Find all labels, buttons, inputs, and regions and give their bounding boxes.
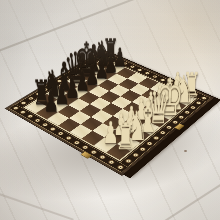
- brass-latch-icon: [174, 123, 185, 130]
- photo-of-chess-set: ♜♞♝♛♚♝♞♜♟♟♟♟♟♟♟♟♟♟♟♟♟♟♟♟♜♞♝♛♚♝♞♜: [0, 0, 220, 220]
- piece-white-rook[interactable]: ♜: [115, 118, 132, 155]
- playing-area: ♜♞♝♛♚♝♞♜♟♟♟♟♟♟♟♟♟♟♟♟♟♟♟♟♜♞♝♛♚♝♞♜: [26, 59, 195, 160]
- piece-black-pawn[interactable]: ♟: [43, 87, 59, 115]
- chessboard-scene: ♜♞♝♛♚♝♞♜♟♟♟♟♟♟♟♟♟♟♟♟♟♟♟♟♜♞♝♛♚♝♞♜: [0, 0, 220, 220]
- chessboard: ♜♞♝♛♚♝♞♜♟♟♟♟♟♟♟♟♟♟♟♟♟♟♟♟♜♞♝♛♚♝♞♜: [5, 49, 215, 176]
- square-d5[interactable]: [90, 97, 111, 109]
